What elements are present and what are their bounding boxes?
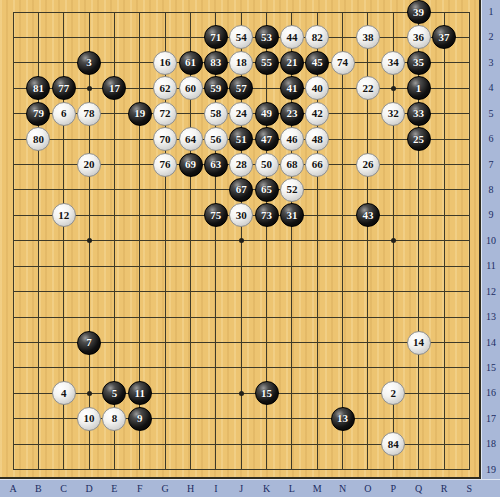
move-number: 45 xyxy=(312,57,323,68)
white-stone: 40 xyxy=(305,76,329,100)
white-stone: 68 xyxy=(280,153,304,177)
row-label: 16 xyxy=(482,388,500,398)
column-label: P xyxy=(387,484,399,494)
grid-line-vertical xyxy=(469,12,470,470)
star-point xyxy=(391,86,396,91)
move-number: 61 xyxy=(185,57,196,68)
row-label: 15 xyxy=(482,363,500,373)
move-number: 73 xyxy=(261,210,272,221)
row-label: 2 xyxy=(482,32,500,42)
move-number: 31 xyxy=(286,210,297,221)
move-number: 40 xyxy=(312,83,323,94)
move-number: 28 xyxy=(236,159,247,170)
move-number: 18 xyxy=(236,57,247,68)
move-number: 76 xyxy=(160,159,171,170)
column-label: O xyxy=(362,484,374,494)
black-stone: 5 xyxy=(102,381,126,405)
row-label: 7 xyxy=(482,160,500,170)
column-label: M xyxy=(311,484,323,494)
move-number: 60 xyxy=(185,83,196,94)
column-label: K xyxy=(261,484,273,494)
white-stone: 10 xyxy=(77,407,101,431)
move-number: 72 xyxy=(160,108,171,119)
black-stone: 1 xyxy=(407,76,431,100)
row-label: 13 xyxy=(482,312,500,322)
row-label: 11 xyxy=(482,261,500,271)
move-number: 38 xyxy=(362,32,373,43)
move-number: 15 xyxy=(261,388,272,399)
move-number: 62 xyxy=(160,83,171,94)
move-number: 78 xyxy=(84,108,95,119)
black-stone: 55 xyxy=(255,51,279,75)
move-number: 63 xyxy=(210,159,221,170)
white-stone: 20 xyxy=(77,153,101,177)
move-number: 6 xyxy=(61,108,67,119)
white-stone: 34 xyxy=(381,51,405,75)
white-stone: 16 xyxy=(153,51,177,75)
move-number: 77 xyxy=(58,83,69,94)
black-stone: 77 xyxy=(52,76,76,100)
black-stone: 39 xyxy=(407,0,431,24)
white-stone: 42 xyxy=(305,102,329,126)
move-number: 42 xyxy=(312,108,323,119)
grid-line-horizontal xyxy=(13,317,469,318)
go-diagram-screen: 1234567891011121314151617181920212223242… xyxy=(0,0,500,497)
move-number: 83 xyxy=(210,57,221,68)
star-point xyxy=(87,238,92,243)
column-label: H xyxy=(185,484,197,494)
move-number: 46 xyxy=(286,134,297,145)
move-number: 39 xyxy=(413,7,424,18)
move-number: 22 xyxy=(362,83,373,94)
move-number: 12 xyxy=(58,210,69,221)
move-number: 10 xyxy=(84,413,95,424)
move-number: 3 xyxy=(86,57,92,68)
row-label: 14 xyxy=(482,338,500,348)
black-stone: 3 xyxy=(77,51,101,75)
black-stone: 63 xyxy=(204,153,228,177)
column-label: I xyxy=(210,484,222,494)
move-number: 25 xyxy=(413,134,424,145)
white-stone: 36 xyxy=(407,25,431,49)
move-number: 75 xyxy=(210,210,221,221)
column-coordinate-strip: ABCDEFGHIJKLMNOPQRS xyxy=(0,479,500,497)
grid-line-horizontal xyxy=(13,266,469,267)
column-label: A xyxy=(7,484,19,494)
column-label: L xyxy=(286,484,298,494)
move-number: 7 xyxy=(86,337,92,348)
move-number: 24 xyxy=(236,108,247,119)
move-number: 66 xyxy=(312,159,323,170)
move-number: 51 xyxy=(236,134,247,145)
white-stone: 4 xyxy=(52,381,76,405)
white-stone: 44 xyxy=(280,25,304,49)
white-stone: 30 xyxy=(229,203,253,227)
column-label: G xyxy=(159,484,171,494)
move-number: 9 xyxy=(137,413,143,424)
row-label: 18 xyxy=(482,439,500,449)
grid-line-horizontal xyxy=(13,469,469,470)
move-number: 58 xyxy=(210,108,221,119)
move-number: 2 xyxy=(391,388,397,399)
move-number: 35 xyxy=(413,57,424,68)
row-label: 10 xyxy=(482,236,500,246)
black-stone: 61 xyxy=(179,51,203,75)
move-number: 32 xyxy=(388,108,399,119)
move-number: 19 xyxy=(134,108,145,119)
column-label: B xyxy=(32,484,44,494)
row-coordinate-strip: 12345678910111213141516171819 xyxy=(481,0,500,479)
move-number: 37 xyxy=(439,32,450,43)
column-label: R xyxy=(438,484,450,494)
white-stone: 84 xyxy=(381,432,405,456)
white-stone: 78 xyxy=(77,102,101,126)
row-label: 3 xyxy=(482,58,500,68)
move-number: 41 xyxy=(286,83,297,94)
white-stone: 28 xyxy=(229,153,253,177)
white-stone: 14 xyxy=(407,331,431,355)
move-number: 84 xyxy=(388,439,399,450)
move-number: 14 xyxy=(413,337,424,348)
move-number: 81 xyxy=(33,83,44,94)
move-number: 59 xyxy=(210,83,221,94)
move-number: 23 xyxy=(286,108,297,119)
black-stone: 67 xyxy=(229,178,253,202)
column-label: C xyxy=(58,484,70,494)
move-number: 53 xyxy=(261,32,272,43)
move-number: 65 xyxy=(261,184,272,195)
black-stone: 15 xyxy=(255,381,279,405)
move-number: 21 xyxy=(286,57,297,68)
move-number: 71 xyxy=(210,32,221,43)
black-stone: 65 xyxy=(255,178,279,202)
white-stone: 62 xyxy=(153,76,177,100)
white-stone: 64 xyxy=(179,127,203,151)
grid-line-vertical xyxy=(444,12,445,470)
white-stone: 66 xyxy=(305,153,329,177)
row-label: 4 xyxy=(482,83,500,93)
row-label: 5 xyxy=(482,109,500,119)
move-number: 57 xyxy=(236,83,247,94)
star-point xyxy=(391,238,396,243)
star-point xyxy=(87,86,92,91)
move-number: 52 xyxy=(286,184,297,195)
black-stone: 21 xyxy=(280,51,304,75)
column-label: N xyxy=(337,484,349,494)
black-stone: 51 xyxy=(229,127,253,151)
black-stone: 47 xyxy=(255,127,279,151)
move-number: 44 xyxy=(286,32,297,43)
white-stone: 8 xyxy=(102,407,126,431)
white-stone: 2 xyxy=(381,381,405,405)
column-label: F xyxy=(134,484,146,494)
white-stone: 24 xyxy=(229,102,253,126)
row-label: 6 xyxy=(482,134,500,144)
move-number: 13 xyxy=(337,413,348,424)
move-number: 70 xyxy=(160,134,171,145)
white-stone: 32 xyxy=(381,102,405,126)
move-number: 56 xyxy=(210,134,221,145)
column-label: E xyxy=(108,484,120,494)
white-stone: 80 xyxy=(26,127,50,151)
white-stone: 76 xyxy=(153,153,177,177)
move-number: 48 xyxy=(312,134,323,145)
move-number: 74 xyxy=(337,57,348,68)
black-stone: 79 xyxy=(26,102,50,126)
white-stone: 50 xyxy=(255,153,279,177)
black-stone: 35 xyxy=(407,51,431,75)
move-number: 67 xyxy=(236,184,247,195)
white-stone: 26 xyxy=(356,153,380,177)
black-stone: 7 xyxy=(77,331,101,355)
grid-line-horizontal xyxy=(13,291,469,292)
move-number: 55 xyxy=(261,57,272,68)
white-stone: 70 xyxy=(153,127,177,151)
black-stone: 71 xyxy=(204,25,228,49)
move-number: 36 xyxy=(413,32,424,43)
move-number: 79 xyxy=(33,108,44,119)
white-stone: 48 xyxy=(305,127,329,151)
row-label: 19 xyxy=(482,465,500,475)
grid-line-vertical xyxy=(342,12,343,470)
white-stone: 58 xyxy=(204,102,228,126)
black-stone: 25 xyxy=(407,127,431,151)
white-stone: 46 xyxy=(280,127,304,151)
move-number: 1 xyxy=(416,83,422,94)
column-label: Q xyxy=(413,484,425,494)
column-label: S xyxy=(463,484,475,494)
move-number: 82 xyxy=(312,32,323,43)
black-stone: 81 xyxy=(26,76,50,100)
move-number: 69 xyxy=(185,159,196,170)
black-stone: 9 xyxy=(128,407,152,431)
grid-line-horizontal xyxy=(13,367,469,368)
white-stone: 74 xyxy=(331,51,355,75)
move-number: 5 xyxy=(112,388,118,399)
star-point xyxy=(87,391,92,396)
column-label: J xyxy=(235,484,247,494)
move-number: 8 xyxy=(112,413,118,424)
black-stone: 13 xyxy=(331,407,355,431)
move-number: 34 xyxy=(388,57,399,68)
move-number: 30 xyxy=(236,210,247,221)
move-number: 33 xyxy=(413,108,424,119)
move-number: 54 xyxy=(236,32,247,43)
move-number: 4 xyxy=(61,388,67,399)
move-number: 80 xyxy=(33,134,44,145)
white-stone: 82 xyxy=(305,25,329,49)
row-label: 1 xyxy=(482,7,500,17)
go-board[interactable]: 1234567891011121314151617181920212223242… xyxy=(0,0,481,479)
move-number: 68 xyxy=(286,159,297,170)
white-stone: 38 xyxy=(356,25,380,49)
black-stone: 31 xyxy=(280,203,304,227)
black-stone: 33 xyxy=(407,102,431,126)
star-point xyxy=(239,391,244,396)
white-stone: 54 xyxy=(229,25,253,49)
white-stone: 52 xyxy=(280,178,304,202)
black-stone: 41 xyxy=(280,76,304,100)
black-stone: 37 xyxy=(432,25,456,49)
black-stone: 43 xyxy=(356,203,380,227)
move-number: 11 xyxy=(135,388,145,399)
move-number: 26 xyxy=(362,159,373,170)
black-stone: 75 xyxy=(204,203,228,227)
row-label: 12 xyxy=(482,287,500,297)
move-number: 64 xyxy=(185,134,196,145)
black-stone: 57 xyxy=(229,76,253,100)
black-stone: 45 xyxy=(305,51,329,75)
black-stone: 23 xyxy=(280,102,304,126)
black-stone: 11 xyxy=(128,381,152,405)
black-stone: 83 xyxy=(204,51,228,75)
white-stone: 18 xyxy=(229,51,253,75)
move-number: 20 xyxy=(84,159,95,170)
row-label: 9 xyxy=(482,210,500,220)
move-number: 17 xyxy=(109,83,120,94)
black-stone: 59 xyxy=(204,76,228,100)
star-point xyxy=(239,238,244,243)
row-label: 17 xyxy=(482,414,500,424)
white-stone: 12 xyxy=(52,203,76,227)
row-label: 8 xyxy=(482,185,500,195)
white-stone: 6 xyxy=(52,102,76,126)
black-stone: 73 xyxy=(255,203,279,227)
move-number: 43 xyxy=(362,210,373,221)
white-stone: 56 xyxy=(204,127,228,151)
white-stone: 60 xyxy=(179,76,203,100)
black-stone: 53 xyxy=(255,25,279,49)
black-stone: 69 xyxy=(179,153,203,177)
move-number: 50 xyxy=(261,159,272,170)
move-number: 47 xyxy=(261,134,272,145)
move-number: 16 xyxy=(160,57,171,68)
white-stone: 72 xyxy=(153,102,177,126)
move-number: 49 xyxy=(261,108,272,119)
white-stone: 22 xyxy=(356,76,380,100)
black-stone: 17 xyxy=(102,76,126,100)
black-stone: 49 xyxy=(255,102,279,126)
column-label: D xyxy=(83,484,95,494)
black-stone: 19 xyxy=(128,102,152,126)
